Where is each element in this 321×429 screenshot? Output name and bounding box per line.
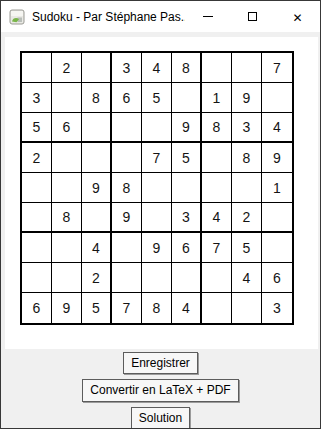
sudoku-cell-r4c9: 9	[262, 143, 292, 173]
sudoku-cell-r7c2	[52, 233, 82, 263]
maximize-button[interactable]	[230, 1, 275, 32]
sudoku-cell-r3c5	[142, 113, 172, 143]
sudoku-cell-r9c6: 4	[172, 293, 202, 323]
sudoku-cell-r8c1	[22, 263, 52, 293]
sudoku-cell-r3c1: 5	[22, 113, 52, 143]
sudoku-cell-r6c1	[22, 203, 52, 233]
sudoku-cell-r8c4	[112, 263, 142, 293]
sudoku-cell-r8c3: 2	[82, 263, 112, 293]
app-icon	[9, 9, 25, 25]
sudoku-cell-r4c4	[112, 143, 142, 173]
sudoku-cell-r8c9: 6	[262, 263, 292, 293]
sudoku-cell-r7c3: 4	[82, 233, 112, 263]
sudoku-cell-r1c1	[22, 53, 52, 83]
sudoku-cell-r5c5	[142, 173, 172, 203]
sudoku-cell-r6c4: 9	[112, 203, 142, 233]
sudoku-cell-r2c9	[262, 83, 292, 113]
caption-buttons	[185, 1, 320, 32]
sudoku-cell-r1c4: 3	[112, 53, 142, 83]
sudoku-cell-r6c5	[142, 203, 172, 233]
maximize-icon	[248, 12, 257, 21]
sudoku-cell-r8c5	[142, 263, 172, 293]
sudoku-cell-r2c2	[52, 83, 82, 113]
sudoku-cell-r9c3: 5	[82, 293, 112, 323]
sudoku-board: 2348738651956983427589981893424967524669…	[20, 51, 294, 325]
sudoku-cell-r7c7: 7	[202, 233, 232, 263]
sudoku-cell-r6c9	[262, 203, 292, 233]
sudoku-cell-r4c1: 2	[22, 143, 52, 173]
sudoku-cell-r5c9: 1	[262, 173, 292, 203]
close-icon	[292, 8, 302, 26]
sudoku-cell-r9c5: 8	[142, 293, 172, 323]
sudoku-cell-r7c9	[262, 233, 292, 263]
sudoku-cell-r9c7	[202, 293, 232, 323]
sudoku-cell-r2c3: 8	[82, 83, 112, 113]
sudoku-cell-r6c7: 4	[202, 203, 232, 233]
sudoku-cell-r4c2	[52, 143, 82, 173]
sudoku-cell-r1c3	[82, 53, 112, 83]
window-content: 2348738651956983427589981893424967524669…	[1, 32, 320, 429]
sudoku-cell-r1c9: 7	[262, 53, 292, 83]
solution-button[interactable]: Solution	[131, 407, 190, 429]
sudoku-cell-r2c7: 1	[202, 83, 232, 113]
sudoku-cell-r8c7	[202, 263, 232, 293]
sudoku-cell-r3c8: 3	[232, 113, 262, 143]
minimize-icon	[203, 16, 213, 17]
sudoku-cell-r3c7: 8	[202, 113, 232, 143]
sudoku-cell-r5c6	[172, 173, 202, 203]
minimize-button[interactable]	[185, 1, 230, 32]
sudoku-cell-r2c4: 6	[112, 83, 142, 113]
sudoku-cell-r1c7	[202, 53, 232, 83]
sudoku-cell-r5c3: 9	[82, 173, 112, 203]
save-button[interactable]: Enregistrer	[123, 352, 198, 374]
sudoku-cell-r6c3	[82, 203, 112, 233]
sudoku-cell-r3c6: 9	[172, 113, 202, 143]
convert-latex-pdf-button[interactable]: Convertir en LaTeX + PDF	[82, 379, 238, 401]
sudoku-cell-r4c3	[82, 143, 112, 173]
sudoku-cell-r5c8	[232, 173, 262, 203]
sudoku-cell-r1c8	[232, 53, 262, 83]
sudoku-cell-r6c6: 3	[172, 203, 202, 233]
sudoku-cell-r4c6: 5	[172, 143, 202, 173]
sudoku-cell-r1c5: 4	[142, 53, 172, 83]
sudoku-cell-r9c8	[232, 293, 262, 323]
sudoku-cell-r5c1	[22, 173, 52, 203]
sudoku-cell-r2c8: 9	[232, 83, 262, 113]
sudoku-cell-r6c2: 8	[52, 203, 82, 233]
app-window: Sudoku - Par Stéphane Pas... 23487386519…	[0, 0, 321, 429]
sudoku-cell-r7c5: 9	[142, 233, 172, 263]
sudoku-cell-r9c1: 6	[22, 293, 52, 323]
sudoku-cell-r5c7	[202, 173, 232, 203]
sudoku-cell-r3c4	[112, 113, 142, 143]
sudoku-cell-r8c8: 4	[232, 263, 262, 293]
sudoku-cell-r4c7	[202, 143, 232, 173]
action-buttons: Enregistrer Convertir en LaTeX + PDF Sol…	[1, 352, 320, 429]
sudoku-cell-r4c8: 8	[232, 143, 262, 173]
close-button[interactable]	[275, 1, 320, 32]
sudoku-cell-r2c5: 5	[142, 83, 172, 113]
sudoku-cell-r9c4: 7	[112, 293, 142, 323]
sudoku-cell-r7c8: 5	[232, 233, 262, 263]
sudoku-cell-r5c2	[52, 173, 82, 203]
titlebar: Sudoku - Par Stéphane Pas...	[1, 1, 320, 32]
sudoku-cell-r6c8: 2	[232, 203, 262, 233]
sudoku-canvas: 2348738651956983427589981893424967524669…	[5, 37, 318, 349]
sudoku-cell-r1c2: 2	[52, 53, 82, 83]
sudoku-cell-r9c2: 9	[52, 293, 82, 323]
sudoku-cell-r1c6: 8	[172, 53, 202, 83]
sudoku-cell-r3c2: 6	[52, 113, 82, 143]
sudoku-cell-r9c9: 3	[262, 293, 292, 323]
sudoku-cell-r5c4: 8	[112, 173, 142, 203]
sudoku-cell-r2c6	[172, 83, 202, 113]
sudoku-cell-r7c6: 6	[172, 233, 202, 263]
sudoku-cell-r7c1	[22, 233, 52, 263]
sudoku-cell-r8c2	[52, 263, 82, 293]
sudoku-cell-r3c3	[82, 113, 112, 143]
sudoku-cell-r8c6	[172, 263, 202, 293]
sudoku-cell-r2c1: 3	[22, 83, 52, 113]
sudoku-cell-r4c5: 7	[142, 143, 172, 173]
window-title: Sudoku - Par Stéphane Pas...	[32, 10, 185, 24]
sudoku-cell-r7c4	[112, 233, 142, 263]
sudoku-cell-r3c9: 4	[262, 113, 292, 143]
